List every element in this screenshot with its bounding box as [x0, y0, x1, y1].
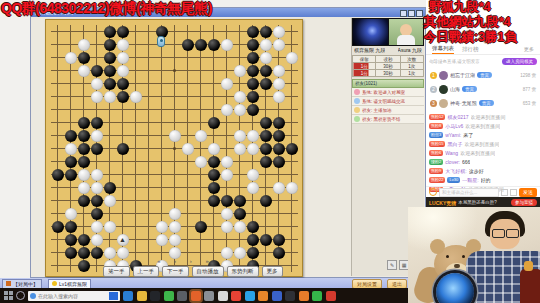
- minimize-icon[interactable]: [400, 10, 407, 17]
- board-cell[interactable]: [77, 207, 90, 220]
- board-cell[interactable]: [259, 246, 272, 259]
- board-cell[interactable]: [51, 155, 64, 168]
- board-cell[interactable]: [90, 77, 103, 90]
- board-cell[interactable]: [103, 233, 116, 246]
- board-cell[interactable]: [207, 25, 220, 38]
- board-cell[interactable]: [142, 233, 155, 246]
- board-cell[interactable]: [51, 233, 64, 246]
- tab-game[interactable]: 【对局中】: [2, 279, 42, 288]
- board-cell[interactable]: [116, 38, 129, 51]
- board-cell[interactable]: [168, 181, 181, 194]
- board-cell[interactable]: [285, 90, 298, 103]
- board-cell[interactable]: [142, 220, 155, 233]
- board-cell[interactable]: [168, 77, 181, 90]
- board-cell[interactable]: [90, 129, 103, 142]
- window-buttons[interactable]: [400, 10, 423, 17]
- board-cell[interactable]: [103, 155, 116, 168]
- taskbar-app-icon[interactable]: [137, 291, 147, 301]
- board-cell[interactable]: [233, 38, 246, 51]
- taskbar-app-icon[interactable]: [164, 291, 174, 301]
- more-link[interactable]: 更多: [524, 46, 534, 52]
- board-cell[interactable]: [181, 129, 194, 142]
- board-cell[interactable]: [259, 129, 272, 142]
- board-cell[interactable]: [272, 181, 285, 194]
- board-cell[interactable]: [77, 194, 90, 207]
- board-cell[interactable]: [285, 25, 298, 38]
- board-cell[interactable]: [259, 220, 272, 233]
- board-cell[interactable]: [129, 38, 142, 51]
- board-cell[interactable]: [246, 181, 259, 194]
- board-cell[interactable]: [103, 220, 116, 233]
- board-cell[interactable]: [181, 51, 194, 64]
- board-cell[interactable]: [64, 116, 77, 129]
- board-cell[interactable]: [194, 129, 207, 142]
- board-cell[interactable]: [129, 90, 142, 103]
- board-cell[interactable]: [51, 25, 64, 38]
- board-cell[interactable]: [90, 90, 103, 103]
- board-cell[interactable]: [64, 51, 77, 64]
- control-button[interactable]: 上一手: [133, 266, 160, 277]
- board-cell[interactable]: [51, 64, 64, 77]
- board-cell[interactable]: [77, 51, 90, 64]
- taskbar-app-icon[interactable]: [204, 291, 214, 301]
- board-cell[interactable]: [181, 155, 194, 168]
- board-cell[interactable]: [90, 103, 103, 116]
- board-cell[interactable]: [272, 246, 285, 259]
- board-cell[interactable]: [246, 168, 259, 181]
- board-cell[interactable]: [142, 194, 155, 207]
- board-cell[interactable]: [116, 90, 129, 103]
- board-cell[interactable]: [77, 220, 90, 233]
- board-cell[interactable]: [103, 181, 116, 194]
- board-cell[interactable]: [168, 207, 181, 220]
- board-cell[interactable]: [77, 259, 90, 272]
- board-cell[interactable]: [142, 207, 155, 220]
- board-cell[interactable]: [51, 51, 64, 64]
- board-cell[interactable]: [272, 207, 285, 220]
- board-cell[interactable]: [194, 142, 207, 155]
- board-cell[interactable]: [103, 194, 116, 207]
- board-cell[interactable]: [168, 103, 181, 116]
- board-cell[interactable]: [194, 25, 207, 38]
- board-cell[interactable]: [246, 103, 259, 116]
- board-cell[interactable]: [233, 129, 246, 142]
- board-cell[interactable]: [168, 194, 181, 207]
- board-cell[interactable]: [272, 155, 285, 168]
- board-cell[interactable]: [246, 246, 259, 259]
- board-cell[interactable]: [181, 181, 194, 194]
- board-cell[interactable]: [90, 259, 103, 272]
- board-cell[interactable]: [103, 64, 116, 77]
- board-cell[interactable]: [194, 38, 207, 51]
- board-cell[interactable]: [194, 220, 207, 233]
- board-cell[interactable]: [194, 194, 207, 207]
- board-cell[interactable]: [51, 90, 64, 103]
- board-cell[interactable]: [142, 142, 155, 155]
- board-cell[interactable]: [155, 207, 168, 220]
- board-cell[interactable]: [77, 103, 90, 116]
- board-cell[interactable]: [194, 103, 207, 116]
- board-cell[interactable]: [116, 129, 129, 142]
- rank-row[interactable]: 2山海贵宾877 贡: [426, 82, 540, 96]
- board-cell[interactable]: [90, 38, 103, 51]
- taskbar-app-icon[interactable]: [150, 291, 160, 301]
- tool-icon[interactable]: ✎: [387, 260, 397, 270]
- tab-danmu-list[interactable]: 弹幕列表: [432, 45, 454, 54]
- board-cell[interactable]: [90, 51, 103, 64]
- rank-row[interactable]: 1相忘于江湖贵宾1298 贡: [426, 68, 540, 82]
- board-cell[interactable]: [194, 116, 207, 129]
- board-cell[interactable]: [220, 233, 233, 246]
- board-cell[interactable]: [155, 142, 168, 155]
- board-cell[interactable]: [142, 64, 155, 77]
- board-cell[interactable]: [259, 155, 272, 168]
- board-cell[interactable]: [233, 103, 246, 116]
- board-cell[interactable]: [246, 90, 259, 103]
- board-cell[interactable]: [116, 77, 129, 90]
- board-cell[interactable]: [194, 181, 207, 194]
- board-cell[interactable]: [64, 25, 77, 38]
- board-cell[interactable]: [129, 64, 142, 77]
- board-cell[interactable]: [207, 194, 220, 207]
- board-cell[interactable]: [64, 194, 77, 207]
- control-button[interactable]: 第一手: [103, 266, 130, 277]
- board-cell[interactable]: [259, 116, 272, 129]
- chat-username[interactable]: 黑白子: [447, 141, 462, 147]
- board-cell[interactable]: [272, 77, 285, 90]
- board-cell[interactable]: [181, 38, 194, 51]
- board-cell[interactable]: [103, 38, 116, 51]
- board-cell[interactable]: [51, 77, 64, 90]
- chat-username[interactable]: 一颗星:: [462, 177, 478, 183]
- board-cell[interactable]: [155, 103, 168, 116]
- board-cell[interactable]: [51, 38, 64, 51]
- board-cell[interactable]: [64, 233, 77, 246]
- board-cell[interactable]: [285, 103, 298, 116]
- board-cell[interactable]: [259, 51, 272, 64]
- board-cell[interactable]: [272, 168, 285, 181]
- board-cell[interactable]: [259, 233, 272, 246]
- board-cell[interactable]: [155, 64, 168, 77]
- board-cell[interactable]: [77, 25, 90, 38]
- board-cell[interactable]: [181, 116, 194, 129]
- board-cell[interactable]: [181, 194, 194, 207]
- board-cell[interactable]: [272, 129, 285, 142]
- taskbar-app-icon[interactable]: [326, 291, 336, 301]
- board-cell[interactable]: [285, 51, 298, 64]
- board-cell[interactable]: [207, 77, 220, 90]
- board-cell[interactable]: [285, 168, 298, 181]
- board-cell[interactable]: [77, 181, 90, 194]
- board-cell[interactable]: [116, 168, 129, 181]
- board-cell[interactable]: [233, 194, 246, 207]
- taskbar-app-icon[interactable]: [299, 291, 309, 301]
- board-cell[interactable]: [103, 77, 116, 90]
- board-cell[interactable]: [194, 90, 207, 103]
- danmu-toggle-icon[interactable]: [510, 189, 517, 196]
- board-cell[interactable]: [220, 142, 233, 155]
- board-cell[interactable]: [77, 233, 90, 246]
- board-cell[interactable]: [103, 207, 116, 220]
- board-cell[interactable]: [181, 142, 194, 155]
- board-cell[interactable]: [103, 246, 116, 259]
- board-cell[interactable]: [285, 233, 298, 246]
- board-cell[interactable]: [259, 77, 272, 90]
- board-cell[interactable]: [129, 207, 142, 220]
- board-cell[interactable]: [220, 155, 233, 168]
- close-icon[interactable]: [416, 10, 423, 17]
- board-cell[interactable]: [129, 129, 142, 142]
- board-cell[interactable]: [51, 103, 64, 116]
- board-cell[interactable]: [246, 25, 259, 38]
- board-cell[interactable]: [285, 220, 298, 233]
- board-cell[interactable]: [220, 38, 233, 51]
- board-cell[interactable]: [207, 142, 220, 155]
- board-cell[interactable]: [233, 142, 246, 155]
- board-cell[interactable]: ▲: [116, 233, 129, 246]
- board-cell[interactable]: [233, 77, 246, 90]
- board-cell[interactable]: [272, 116, 285, 129]
- board-cell[interactable]: [259, 64, 272, 77]
- board-cell[interactable]: [103, 25, 116, 38]
- board-cell[interactable]: [181, 220, 194, 233]
- board-cell[interactable]: [220, 77, 233, 90]
- board-cell[interactable]: [77, 155, 90, 168]
- board-cell[interactable]: [64, 246, 77, 259]
- board-cell[interactable]: [272, 90, 285, 103]
- board-cell[interactable]: [116, 155, 129, 168]
- board-cell[interactable]: [90, 168, 103, 181]
- control-button[interactable]: 自动播放: [192, 266, 224, 277]
- board-cell[interactable]: [285, 259, 298, 272]
- maximize-icon[interactable]: [408, 10, 415, 17]
- board-cell[interactable]: [129, 25, 142, 38]
- board-cell[interactable]: [168, 38, 181, 51]
- board-cell[interactable]: [51, 246, 64, 259]
- board-cell[interactable]: [129, 220, 142, 233]
- board-cell[interactable]: [129, 103, 142, 116]
- board-cell[interactable]: [246, 116, 259, 129]
- board-cell[interactable]: [155, 233, 168, 246]
- board-cell[interactable]: [181, 90, 194, 103]
- board-cell[interactable]: [220, 90, 233, 103]
- board-cell[interactable]: [194, 51, 207, 64]
- board-cell[interactable]: [64, 168, 77, 181]
- board-cell[interactable]: [233, 116, 246, 129]
- taskbar-app-icon[interactable]: [123, 291, 133, 301]
- board-cell[interactable]: [64, 181, 77, 194]
- board-cell[interactable]: [272, 38, 285, 51]
- taskbar-app-icon[interactable]: [312, 291, 322, 301]
- board-cell[interactable]: [220, 116, 233, 129]
- board-cell[interactable]: [155, 51, 168, 64]
- board-cell[interactable]: [220, 129, 233, 142]
- board-cell[interactable]: [246, 194, 259, 207]
- board-cell[interactable]: [168, 129, 181, 142]
- board-cell[interactable]: [116, 103, 129, 116]
- board-cell[interactable]: [194, 64, 207, 77]
- board-cell[interactable]: [285, 142, 298, 155]
- board-cell[interactable]: [233, 25, 246, 38]
- board-cell[interactable]: [90, 246, 103, 259]
- board-cell[interactable]: [129, 168, 142, 181]
- chat-username[interactable]: 棋友0217: [447, 114, 468, 120]
- board-cell[interactable]: [64, 129, 77, 142]
- board-cell[interactable]: [207, 51, 220, 64]
- emoji-icon[interactable]: [429, 188, 437, 196]
- board-cell[interactable]: [220, 181, 233, 194]
- board-cell[interactable]: [51, 129, 64, 142]
- board-cell[interactable]: [233, 51, 246, 64]
- board-cell[interactable]: [207, 207, 220, 220]
- board-cell[interactable]: [64, 142, 77, 155]
- chat-username[interactable]: 大飞好棋:: [445, 168, 466, 174]
- board-cell[interactable]: [259, 142, 272, 155]
- board-cell[interactable]: [285, 194, 298, 207]
- board-cell[interactable]: [246, 51, 259, 64]
- board-cell[interactable]: [142, 103, 155, 116]
- board-cell[interactable]: [259, 194, 272, 207]
- board-cell[interactable]: [142, 90, 155, 103]
- board-cell[interactable]: [116, 142, 129, 155]
- settings-icon[interactable]: [501, 189, 508, 196]
- board-cell[interactable]: [259, 90, 272, 103]
- board-cell[interactable]: [272, 220, 285, 233]
- board-cell[interactable]: [207, 64, 220, 77]
- board-cell[interactable]: [207, 155, 220, 168]
- tab-rank[interactable]: 排行榜: [462, 46, 479, 53]
- board-cell[interactable]: [142, 51, 155, 64]
- board-cell[interactable]: [64, 90, 77, 103]
- board-cell[interactable]: [77, 77, 90, 90]
- board-cell[interactable]: [64, 38, 77, 51]
- board-cell[interactable]: [259, 168, 272, 181]
- board-cell[interactable]: [220, 103, 233, 116]
- board-cell[interactable]: [142, 155, 155, 168]
- board-cell[interactable]: [51, 207, 64, 220]
- board-cell[interactable]: [220, 194, 233, 207]
- board-cell[interactable]: [259, 25, 272, 38]
- taskbar-app-icon[interactable]: [177, 291, 187, 301]
- board-cell[interactable]: [90, 142, 103, 155]
- board-cell[interactable]: [103, 51, 116, 64]
- board-cell[interactable]: [233, 181, 246, 194]
- search-icon[interactable]: [16, 291, 25, 300]
- board-cell[interactable]: [272, 194, 285, 207]
- board-cell[interactable]: [90, 25, 103, 38]
- search-go-button[interactable]: [109, 292, 118, 300]
- board-cell[interactable]: [233, 207, 246, 220]
- board-cell[interactable]: [103, 116, 116, 129]
- board-cell[interactable]: [103, 103, 116, 116]
- board-cell[interactable]: [272, 103, 285, 116]
- board-cell[interactable]: [168, 64, 181, 77]
- chat-input[interactable]: 和主播说点什么...: [439, 188, 499, 197]
- board-cell[interactable]: [129, 51, 142, 64]
- board-cell[interactable]: [194, 233, 207, 246]
- board-cell[interactable]: [168, 168, 181, 181]
- board-cell[interactable]: [129, 116, 142, 129]
- board-cell[interactable]: [155, 168, 168, 181]
- board-cell[interactable]: [90, 155, 103, 168]
- board-cell[interactable]: [155, 77, 168, 90]
- board-cell[interactable]: [272, 142, 285, 155]
- board-cell[interactable]: [155, 116, 168, 129]
- board-cell[interactable]: [116, 207, 129, 220]
- board-cell[interactable]: [285, 38, 298, 51]
- board-cell[interactable]: [181, 103, 194, 116]
- board-cell[interactable]: [259, 38, 272, 51]
- board-cell[interactable]: [77, 116, 90, 129]
- taskbar-app-icon[interactable]: [245, 291, 255, 301]
- board-cell[interactable]: [207, 129, 220, 142]
- board-cell[interactable]: [64, 259, 77, 272]
- board-cell[interactable]: [285, 77, 298, 90]
- control-button[interactable]: 下一手: [162, 266, 189, 277]
- board-cell[interactable]: [259, 103, 272, 116]
- taskbar-search[interactable]: 在此输入搜索内容: [28, 291, 120, 301]
- board-cell[interactable]: [142, 129, 155, 142]
- board-cell[interactable]: [51, 142, 64, 155]
- board-cell[interactable]: [155, 155, 168, 168]
- board-cell[interactable]: [90, 233, 103, 246]
- board-cell[interactable]: [181, 168, 194, 181]
- board-cell[interactable]: [51, 181, 64, 194]
- board-cell[interactable]: [90, 64, 103, 77]
- board-cell[interactable]: [116, 220, 129, 233]
- board-cell[interactable]: [285, 64, 298, 77]
- board-cell[interactable]: [285, 155, 298, 168]
- board-cell[interactable]: [168, 142, 181, 155]
- board-cell[interactable]: [116, 181, 129, 194]
- board-cell[interactable]: [77, 90, 90, 103]
- board-cell[interactable]: [129, 194, 142, 207]
- board-cell[interactable]: [233, 220, 246, 233]
- board-cell[interactable]: [233, 168, 246, 181]
- send-button[interactable]: 发送: [519, 188, 537, 197]
- control-button[interactable]: 形势判断: [227, 266, 259, 277]
- board-cell[interactable]: [155, 90, 168, 103]
- board-cell[interactable]: [207, 38, 220, 51]
- board-cell[interactable]: [285, 207, 298, 220]
- board-cell[interactable]: [77, 246, 90, 259]
- board-cell[interactable]: [233, 155, 246, 168]
- board-cell[interactable]: [142, 77, 155, 90]
- board-cell[interactable]: [116, 51, 129, 64]
- bet-join-button[interactable]: 参与竞猜: [511, 199, 537, 206]
- taskbar-app-icon[interactable]: [258, 291, 268, 301]
- taskbar-app-icon[interactable]: [191, 291, 201, 301]
- board-cell[interactable]: [116, 116, 129, 129]
- board-cell[interactable]: [142, 181, 155, 194]
- board-cell[interactable]: [51, 194, 64, 207]
- board-cell[interactable]: [233, 233, 246, 246]
- board-cell[interactable]: [142, 38, 155, 51]
- board-cell[interactable]: [181, 207, 194, 220]
- move-nav[interactable]: « ‹ › »: [126, 258, 246, 264]
- board-cell[interactable]: [181, 233, 194, 246]
- board-cell[interactable]: [233, 64, 246, 77]
- board-cell[interactable]: [220, 168, 233, 181]
- board-cell[interactable]: [129, 155, 142, 168]
- go-board[interactable]: ▲: [45, 19, 303, 277]
- start-button[interactable]: [4, 291, 13, 300]
- taskbar-app-icon[interactable]: [218, 291, 228, 301]
- board-cell[interactable]: [168, 90, 181, 103]
- board-cell[interactable]: [103, 168, 116, 181]
- board-cell[interactable]: [181, 77, 194, 90]
- board-cell[interactable]: [64, 64, 77, 77]
